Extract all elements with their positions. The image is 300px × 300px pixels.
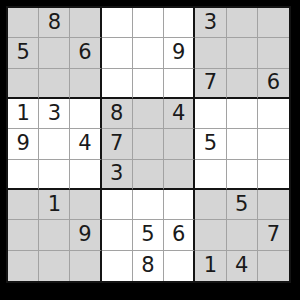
cell-r7c3[interactable] [70, 190, 101, 220]
cell-r5c4[interactable]: 7 [102, 129, 133, 159]
cell-r5c2[interactable] [39, 129, 70, 159]
cell-r9c8[interactable]: 4 [227, 251, 258, 281]
cell-r7c1[interactable] [8, 190, 39, 220]
cell-r2c7[interactable] [195, 38, 226, 68]
cell-r8c8[interactable] [227, 220, 258, 250]
cell-r3c2[interactable] [39, 69, 70, 99]
cell-r5c9[interactable] [258, 129, 289, 159]
cell-r7c7[interactable] [195, 190, 226, 220]
cell-r2c9[interactable] [258, 38, 289, 68]
cell-r3c1[interactable] [8, 69, 39, 99]
cell-r4c8[interactable] [227, 99, 258, 129]
cell-r1c8[interactable] [227, 8, 258, 38]
cell-r1c1[interactable] [8, 8, 39, 38]
cell-r2c1[interactable]: 5 [8, 38, 39, 68]
cell-r5c3[interactable]: 4 [70, 129, 101, 159]
cell-r3c5[interactable] [133, 69, 164, 99]
cell-r7c5[interactable] [133, 190, 164, 220]
cell-r9c5[interactable]: 8 [133, 251, 164, 281]
cell-r7c4[interactable] [102, 190, 133, 220]
cell-r4c3[interactable] [70, 99, 101, 129]
cell-r2c2[interactable] [39, 38, 70, 68]
cell-r7c6[interactable] [164, 190, 195, 220]
cell-r6c3[interactable] [70, 160, 101, 190]
cell-r8c6[interactable]: 6 [164, 220, 195, 250]
cell-r8c4[interactable] [102, 220, 133, 250]
cell-r5c5[interactable] [133, 129, 164, 159]
cell-r6c9[interactable] [258, 160, 289, 190]
cell-r6c7[interactable] [195, 160, 226, 190]
cell-r1c6[interactable] [164, 8, 195, 38]
cell-r4c1[interactable]: 1 [8, 99, 39, 129]
cell-r2c6[interactable]: 9 [164, 38, 195, 68]
cell-r2c4[interactable] [102, 38, 133, 68]
cell-r9c9[interactable] [258, 251, 289, 281]
cell-r9c4[interactable] [102, 251, 133, 281]
cell-r3c9[interactable]: 6 [258, 69, 289, 99]
cell-r3c6[interactable] [164, 69, 195, 99]
cell-r3c7[interactable]: 7 [195, 69, 226, 99]
cell-r6c5[interactable] [133, 160, 164, 190]
cell-r1c3[interactable] [70, 8, 101, 38]
cell-r5c1[interactable]: 9 [8, 129, 39, 159]
cell-r6c6[interactable] [164, 160, 195, 190]
cell-r8c3[interactable]: 9 [70, 220, 101, 250]
cell-r4c6[interactable]: 4 [164, 99, 195, 129]
cell-r3c3[interactable] [70, 69, 101, 99]
cell-r4c2[interactable]: 3 [39, 99, 70, 129]
cell-r7c9[interactable] [258, 190, 289, 220]
cell-r4c5[interactable] [133, 99, 164, 129]
cell-r8c7[interactable] [195, 220, 226, 250]
cell-r1c2[interactable]: 8 [39, 8, 70, 38]
cell-r1c5[interactable] [133, 8, 164, 38]
cell-r8c5[interactable]: 5 [133, 220, 164, 250]
cell-r5c6[interactable] [164, 129, 195, 159]
sudoku-board: 8356976138494753159567814 [6, 6, 291, 283]
cell-r3c4[interactable] [102, 69, 133, 99]
cell-r1c4[interactable] [102, 8, 133, 38]
cell-r3c8[interactable] [227, 69, 258, 99]
cell-r1c7[interactable]: 3 [195, 8, 226, 38]
cell-r9c6[interactable] [164, 251, 195, 281]
cell-r6c2[interactable] [39, 160, 70, 190]
cell-r9c3[interactable] [70, 251, 101, 281]
cell-r2c5[interactable] [133, 38, 164, 68]
cell-r2c8[interactable] [227, 38, 258, 68]
cell-r7c2[interactable]: 1 [39, 190, 70, 220]
cell-r7c8[interactable]: 5 [227, 190, 258, 220]
cell-r1c9[interactable] [258, 8, 289, 38]
cell-r4c7[interactable] [195, 99, 226, 129]
cell-r8c1[interactable] [8, 220, 39, 250]
cell-r6c8[interactable] [227, 160, 258, 190]
cell-r8c2[interactable] [39, 220, 70, 250]
cell-r9c2[interactable] [39, 251, 70, 281]
cell-r5c7[interactable]: 5 [195, 129, 226, 159]
cell-r6c1[interactable] [8, 160, 39, 190]
cell-r5c8[interactable] [227, 129, 258, 159]
cell-r4c9[interactable] [258, 99, 289, 129]
cell-r6c4[interactable]: 3 [102, 160, 133, 190]
cell-r9c1[interactable] [8, 251, 39, 281]
cell-r2c3[interactable]: 6 [70, 38, 101, 68]
cell-r9c7[interactable]: 1 [195, 251, 226, 281]
cell-r4c4[interactable]: 8 [102, 99, 133, 129]
cell-r8c9[interactable]: 7 [258, 220, 289, 250]
